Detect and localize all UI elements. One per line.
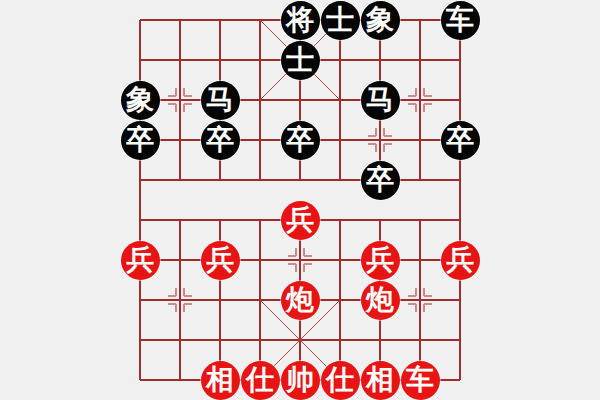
piece-red-soldier[interactable]: 兵: [201, 241, 240, 280]
piece-black-advisor[interactable]: 士: [321, 1, 360, 40]
piece-red-cannon[interactable]: 炮: [281, 281, 320, 320]
piece-red-soldier[interactable]: 兵: [441, 241, 480, 280]
piece-black-soldier[interactable]: 卒: [441, 121, 480, 160]
piece-black-advisor[interactable]: 士: [281, 41, 320, 80]
piece-red-general[interactable]: 帅: [281, 361, 320, 400]
piece-red-soldier[interactable]: 兵: [281, 201, 320, 240]
piece-black-general[interactable]: 将: [281, 1, 320, 40]
piece-red-elephant[interactable]: 相: [361, 361, 400, 400]
piece-black-soldier[interactable]: 卒: [121, 121, 160, 160]
xiangqi-board-screen: 将士象车士象马马卒卒卒卒卒兵兵兵兵兵炮炮相仕帅仕相车: [0, 0, 600, 400]
piece-red-soldier[interactable]: 兵: [121, 241, 160, 280]
piece-black-elephant[interactable]: 象: [121, 81, 160, 120]
piece-red-advisor[interactable]: 仕: [321, 361, 360, 400]
piece-black-elephant[interactable]: 象: [361, 1, 400, 40]
pieces-layer: 将士象车士象马马卒卒卒卒卒兵兵兵兵兵炮炮相仕帅仕相车: [120, 0, 480, 400]
piece-red-advisor[interactable]: 仕: [241, 361, 280, 400]
piece-black-chariot[interactable]: 车: [441, 1, 480, 40]
piece-red-chariot[interactable]: 车: [401, 361, 440, 400]
piece-red-soldier[interactable]: 兵: [361, 241, 400, 280]
piece-black-horse[interactable]: 马: [361, 81, 400, 120]
piece-black-horse[interactable]: 马: [201, 81, 240, 120]
piece-red-elephant[interactable]: 相: [201, 361, 240, 400]
piece-black-soldier[interactable]: 卒: [281, 121, 320, 160]
piece-black-soldier[interactable]: 卒: [201, 121, 240, 160]
piece-black-soldier[interactable]: 卒: [361, 161, 400, 200]
piece-red-cannon[interactable]: 炮: [361, 281, 400, 320]
